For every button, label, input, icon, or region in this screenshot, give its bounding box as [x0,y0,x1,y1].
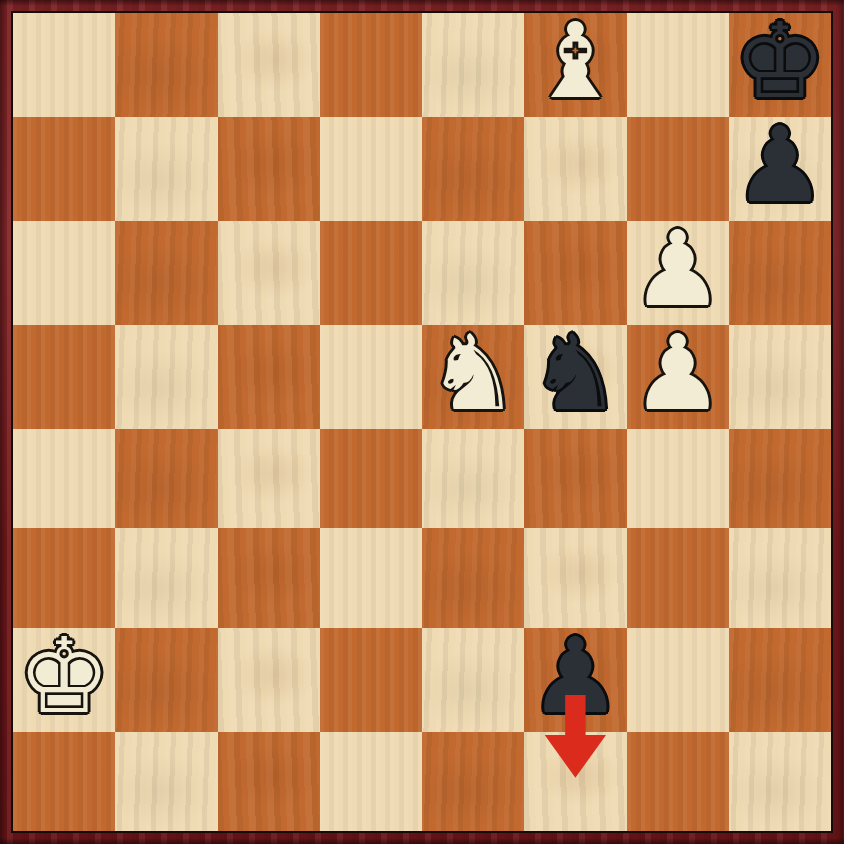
piece-black-pawn[interactable]: ♟ [529,624,622,728]
square-d7[interactable] [320,117,422,221]
square-e6[interactable] [422,221,524,325]
square-g4[interactable] [627,429,729,528]
square-b4[interactable] [115,429,217,528]
square-d6[interactable] [320,221,422,325]
square-g3[interactable] [627,528,729,627]
square-f2[interactable]: ♟ [524,628,626,732]
square-c2[interactable] [218,628,320,732]
square-a7[interactable] [13,117,115,221]
square-h1[interactable] [729,732,831,831]
square-c8[interactable] [218,13,320,117]
square-a8[interactable] [13,13,115,117]
piece-black-king[interactable]: ♚ [733,9,826,113]
chess-board: ♝♚♟♟♞♞♟♚♟ [13,13,831,831]
square-b5[interactable] [115,325,217,429]
square-d2[interactable] [320,628,422,732]
square-b1[interactable] [115,732,217,831]
piece-white-bishop[interactable]: ♝ [529,9,622,113]
square-d4[interactable] [320,429,422,528]
square-e7[interactable] [422,117,524,221]
square-f3[interactable] [524,528,626,627]
square-a2[interactable]: ♚ [13,628,115,732]
square-b6[interactable] [115,221,217,325]
square-h8[interactable]: ♚ [729,13,831,117]
piece-white-pawn[interactable]: ♟ [631,217,724,321]
square-a1[interactable] [13,732,115,831]
square-f7[interactable] [524,117,626,221]
square-d5[interactable] [320,325,422,429]
square-g8[interactable] [627,13,729,117]
square-e2[interactable] [422,628,524,732]
square-h4[interactable] [729,429,831,528]
square-c3[interactable] [218,528,320,627]
square-a4[interactable] [13,429,115,528]
square-g1[interactable] [627,732,729,831]
square-c7[interactable] [218,117,320,221]
square-b8[interactable] [115,13,217,117]
square-h5[interactable] [729,325,831,429]
piece-white-pawn[interactable]: ♟ [631,321,724,425]
square-f5[interactable]: ♞ [524,325,626,429]
square-h3[interactable] [729,528,831,627]
square-d8[interactable] [320,13,422,117]
square-a3[interactable] [13,528,115,627]
square-b2[interactable] [115,628,217,732]
board-wrap: ♝♚♟♟♞♞♟♚♟ [11,11,833,833]
square-h7[interactable]: ♟ [729,117,831,221]
square-f1[interactable] [524,732,626,831]
square-e8[interactable] [422,13,524,117]
square-f6[interactable] [524,221,626,325]
piece-white-king[interactable]: ♚ [18,624,111,728]
square-a5[interactable] [13,325,115,429]
piece-black-knight[interactable]: ♞ [529,321,622,425]
square-b7[interactable] [115,117,217,221]
square-e3[interactable] [422,528,524,627]
piece-white-knight[interactable]: ♞ [427,321,520,425]
square-h6[interactable] [729,221,831,325]
square-g6[interactable]: ♟ [627,221,729,325]
square-e5[interactable]: ♞ [422,325,524,429]
square-f8[interactable]: ♝ [524,13,626,117]
square-e4[interactable] [422,429,524,528]
square-c1[interactable] [218,732,320,831]
board-frame: ♝♚♟♟♞♞♟♚♟ [0,0,844,844]
square-e1[interactable] [422,732,524,831]
square-g7[interactable] [627,117,729,221]
square-f4[interactable] [524,429,626,528]
square-b3[interactable] [115,528,217,627]
square-d1[interactable] [320,732,422,831]
square-d3[interactable] [320,528,422,627]
piece-black-pawn[interactable]: ♟ [733,113,826,217]
square-g2[interactable] [627,628,729,732]
square-c6[interactable] [218,221,320,325]
square-c4[interactable] [218,429,320,528]
square-a6[interactable] [13,221,115,325]
square-h2[interactable] [729,628,831,732]
square-g5[interactable]: ♟ [627,325,729,429]
square-c5[interactable] [218,325,320,429]
